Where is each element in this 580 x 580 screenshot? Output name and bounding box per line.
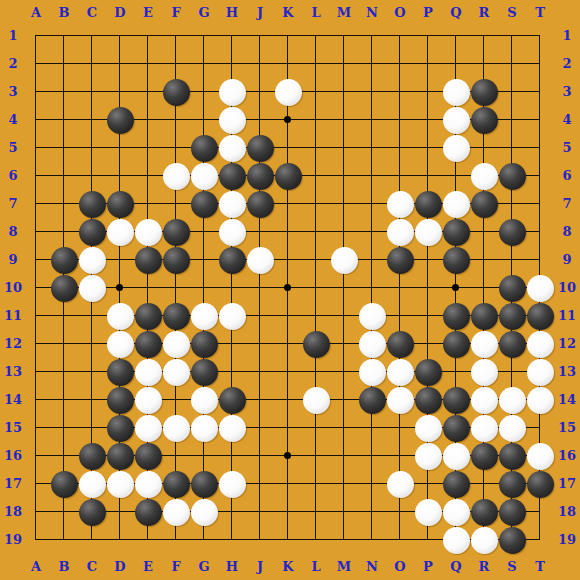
intersection-N11[interactable]: [358, 302, 386, 330]
intersection-H3[interactable]: [218, 78, 246, 106]
intersection-L15[interactable]: [302, 414, 330, 442]
intersection-G7[interactable]: [190, 190, 218, 218]
intersection-S18[interactable]: [498, 498, 526, 526]
intersection-G11[interactable]: [190, 302, 218, 330]
intersection-H13[interactable]: [218, 358, 246, 386]
intersection-O6[interactable]: [386, 162, 414, 190]
intersection-O9[interactable]: [386, 246, 414, 274]
intersection-A16[interactable]: [22, 442, 50, 470]
intersection-G18[interactable]: [190, 498, 218, 526]
intersection-A7[interactable]: [22, 190, 50, 218]
intersection-C2[interactable]: [78, 50, 106, 78]
intersection-Q8[interactable]: [442, 218, 470, 246]
intersection-P13[interactable]: [414, 358, 442, 386]
intersection-B18[interactable]: [50, 498, 78, 526]
intersection-G5[interactable]: [190, 134, 218, 162]
intersection-B13[interactable]: [50, 358, 78, 386]
intersection-J14[interactable]: [246, 386, 274, 414]
intersection-K10[interactable]: [274, 274, 302, 302]
intersection-H2[interactable]: [218, 50, 246, 78]
intersection-R16[interactable]: [470, 442, 498, 470]
intersection-P18[interactable]: [414, 498, 442, 526]
intersection-N15[interactable]: [358, 414, 386, 442]
intersection-P5[interactable]: [414, 134, 442, 162]
intersection-Q19[interactable]: [442, 526, 470, 554]
intersection-Q4[interactable]: [442, 106, 470, 134]
intersection-L2[interactable]: [302, 50, 330, 78]
intersection-P1[interactable]: [414, 22, 442, 50]
intersection-Q3[interactable]: [442, 78, 470, 106]
intersection-B9[interactable]: [50, 246, 78, 274]
intersection-O16[interactable]: [386, 442, 414, 470]
intersection-A12[interactable]: [22, 330, 50, 358]
intersection-S3[interactable]: [498, 78, 526, 106]
intersection-G19[interactable]: [190, 526, 218, 554]
intersection-B15[interactable]: [50, 414, 78, 442]
intersection-Q16[interactable]: [442, 442, 470, 470]
intersection-O5[interactable]: [386, 134, 414, 162]
intersection-C18[interactable]: [78, 498, 106, 526]
intersection-Q7[interactable]: [442, 190, 470, 218]
intersection-M15[interactable]: [330, 414, 358, 442]
intersection-K4[interactable]: [274, 106, 302, 134]
intersection-D9[interactable]: [106, 246, 134, 274]
intersection-D15[interactable]: [106, 414, 134, 442]
intersection-F8[interactable]: [162, 218, 190, 246]
intersection-P14[interactable]: [414, 386, 442, 414]
intersection-M7[interactable]: [330, 190, 358, 218]
intersection-T2[interactable]: [526, 50, 554, 78]
intersection-S13[interactable]: [498, 358, 526, 386]
intersection-M2[interactable]: [330, 50, 358, 78]
intersection-G14[interactable]: [190, 386, 218, 414]
intersection-M11[interactable]: [330, 302, 358, 330]
intersection-D1[interactable]: [106, 22, 134, 50]
intersection-C1[interactable]: [78, 22, 106, 50]
intersection-C9[interactable]: [78, 246, 106, 274]
intersection-O2[interactable]: [386, 50, 414, 78]
intersection-H7[interactable]: [218, 190, 246, 218]
intersection-D2[interactable]: [106, 50, 134, 78]
intersection-S4[interactable]: [498, 106, 526, 134]
intersection-G9[interactable]: [190, 246, 218, 274]
intersection-P11[interactable]: [414, 302, 442, 330]
intersection-N2[interactable]: [358, 50, 386, 78]
intersection-R10[interactable]: [470, 274, 498, 302]
intersection-E12[interactable]: [134, 330, 162, 358]
intersection-E11[interactable]: [134, 302, 162, 330]
intersection-C14[interactable]: [78, 386, 106, 414]
intersection-G8[interactable]: [190, 218, 218, 246]
intersection-B14[interactable]: [50, 386, 78, 414]
intersection-O7[interactable]: [386, 190, 414, 218]
intersection-D3[interactable]: [106, 78, 134, 106]
intersection-G6[interactable]: [190, 162, 218, 190]
intersection-O3[interactable]: [386, 78, 414, 106]
intersection-D12[interactable]: [106, 330, 134, 358]
intersection-N3[interactable]: [358, 78, 386, 106]
intersection-R2[interactable]: [470, 50, 498, 78]
intersection-R1[interactable]: [470, 22, 498, 50]
intersection-B5[interactable]: [50, 134, 78, 162]
intersection-S1[interactable]: [498, 22, 526, 50]
intersection-G15[interactable]: [190, 414, 218, 442]
intersection-B7[interactable]: [50, 190, 78, 218]
intersection-L19[interactable]: [302, 526, 330, 554]
intersection-A8[interactable]: [22, 218, 50, 246]
intersection-O18[interactable]: [386, 498, 414, 526]
intersection-M14[interactable]: [330, 386, 358, 414]
intersection-B8[interactable]: [50, 218, 78, 246]
intersection-A2[interactable]: [22, 50, 50, 78]
intersection-E8[interactable]: [134, 218, 162, 246]
intersection-T12[interactable]: [526, 330, 554, 358]
intersection-S7[interactable]: [498, 190, 526, 218]
intersection-P17[interactable]: [414, 470, 442, 498]
intersection-H15[interactable]: [218, 414, 246, 442]
intersection-D19[interactable]: [106, 526, 134, 554]
intersection-O13[interactable]: [386, 358, 414, 386]
intersection-C16[interactable]: [78, 442, 106, 470]
intersection-A11[interactable]: [22, 302, 50, 330]
intersection-P4[interactable]: [414, 106, 442, 134]
intersection-H10[interactable]: [218, 274, 246, 302]
intersection-M6[interactable]: [330, 162, 358, 190]
intersection-F3[interactable]: [162, 78, 190, 106]
intersection-G12[interactable]: [190, 330, 218, 358]
intersection-E19[interactable]: [134, 526, 162, 554]
intersection-K13[interactable]: [274, 358, 302, 386]
intersection-L11[interactable]: [302, 302, 330, 330]
intersection-L14[interactable]: [302, 386, 330, 414]
intersection-T9[interactable]: [526, 246, 554, 274]
intersection-F17[interactable]: [162, 470, 190, 498]
intersection-M17[interactable]: [330, 470, 358, 498]
intersection-A19[interactable]: [22, 526, 50, 554]
intersection-J18[interactable]: [246, 498, 274, 526]
intersection-Q1[interactable]: [442, 22, 470, 50]
intersection-K12[interactable]: [274, 330, 302, 358]
intersection-K16[interactable]: [274, 442, 302, 470]
intersection-N18[interactable]: [358, 498, 386, 526]
intersection-A6[interactable]: [22, 162, 50, 190]
intersection-E3[interactable]: [134, 78, 162, 106]
intersection-T17[interactable]: [526, 470, 554, 498]
intersection-H9[interactable]: [218, 246, 246, 274]
intersection-P16[interactable]: [414, 442, 442, 470]
intersection-O4[interactable]: [386, 106, 414, 134]
intersection-F11[interactable]: [162, 302, 190, 330]
intersection-T8[interactable]: [526, 218, 554, 246]
intersection-P6[interactable]: [414, 162, 442, 190]
intersection-S12[interactable]: [498, 330, 526, 358]
intersection-F6[interactable]: [162, 162, 190, 190]
intersection-T6[interactable]: [526, 162, 554, 190]
intersection-O1[interactable]: [386, 22, 414, 50]
intersection-T1[interactable]: [526, 22, 554, 50]
intersection-H19[interactable]: [218, 526, 246, 554]
intersection-P2[interactable]: [414, 50, 442, 78]
intersection-E4[interactable]: [134, 106, 162, 134]
intersection-F4[interactable]: [162, 106, 190, 134]
intersection-M13[interactable]: [330, 358, 358, 386]
intersection-H12[interactable]: [218, 330, 246, 358]
intersection-E10[interactable]: [134, 274, 162, 302]
intersection-E7[interactable]: [134, 190, 162, 218]
intersection-T7[interactable]: [526, 190, 554, 218]
intersection-A5[interactable]: [22, 134, 50, 162]
intersection-M3[interactable]: [330, 78, 358, 106]
intersection-L3[interactable]: [302, 78, 330, 106]
intersection-L17[interactable]: [302, 470, 330, 498]
intersection-J12[interactable]: [246, 330, 274, 358]
intersection-R13[interactable]: [470, 358, 498, 386]
intersection-A17[interactable]: [22, 470, 50, 498]
intersection-L6[interactable]: [302, 162, 330, 190]
intersection-Q5[interactable]: [442, 134, 470, 162]
intersection-K7[interactable]: [274, 190, 302, 218]
intersection-D16[interactable]: [106, 442, 134, 470]
intersection-K2[interactable]: [274, 50, 302, 78]
intersection-A14[interactable]: [22, 386, 50, 414]
intersection-B10[interactable]: [50, 274, 78, 302]
intersection-B12[interactable]: [50, 330, 78, 358]
intersection-R4[interactable]: [470, 106, 498, 134]
intersection-O10[interactable]: [386, 274, 414, 302]
intersection-S6[interactable]: [498, 162, 526, 190]
intersection-R5[interactable]: [470, 134, 498, 162]
intersection-H16[interactable]: [218, 442, 246, 470]
intersection-L8[interactable]: [302, 218, 330, 246]
intersection-J19[interactable]: [246, 526, 274, 554]
intersection-D6[interactable]: [106, 162, 134, 190]
intersection-H18[interactable]: [218, 498, 246, 526]
intersection-J7[interactable]: [246, 190, 274, 218]
intersection-B6[interactable]: [50, 162, 78, 190]
intersection-T18[interactable]: [526, 498, 554, 526]
intersection-L16[interactable]: [302, 442, 330, 470]
intersection-T3[interactable]: [526, 78, 554, 106]
intersection-K5[interactable]: [274, 134, 302, 162]
intersection-K17[interactable]: [274, 470, 302, 498]
intersection-F15[interactable]: [162, 414, 190, 442]
intersection-K15[interactable]: [274, 414, 302, 442]
intersection-N5[interactable]: [358, 134, 386, 162]
intersection-D8[interactable]: [106, 218, 134, 246]
intersection-F12[interactable]: [162, 330, 190, 358]
intersection-A13[interactable]: [22, 358, 50, 386]
intersection-L13[interactable]: [302, 358, 330, 386]
intersection-T15[interactable]: [526, 414, 554, 442]
intersection-P15[interactable]: [414, 414, 442, 442]
intersection-G17[interactable]: [190, 470, 218, 498]
intersection-J2[interactable]: [246, 50, 274, 78]
intersection-J3[interactable]: [246, 78, 274, 106]
intersection-F2[interactable]: [162, 50, 190, 78]
intersection-S8[interactable]: [498, 218, 526, 246]
intersection-C4[interactable]: [78, 106, 106, 134]
intersection-T14[interactable]: [526, 386, 554, 414]
intersection-M8[interactable]: [330, 218, 358, 246]
intersection-K19[interactable]: [274, 526, 302, 554]
intersection-L12[interactable]: [302, 330, 330, 358]
intersection-B2[interactable]: [50, 50, 78, 78]
intersection-R18[interactable]: [470, 498, 498, 526]
intersection-B1[interactable]: [50, 22, 78, 50]
intersection-S10[interactable]: [498, 274, 526, 302]
intersection-D17[interactable]: [106, 470, 134, 498]
intersection-G4[interactable]: [190, 106, 218, 134]
intersection-N8[interactable]: [358, 218, 386, 246]
intersection-J9[interactable]: [246, 246, 274, 274]
intersection-A1[interactable]: [22, 22, 50, 50]
intersection-O8[interactable]: [386, 218, 414, 246]
intersection-N10[interactable]: [358, 274, 386, 302]
intersection-H5[interactable]: [218, 134, 246, 162]
intersection-J15[interactable]: [246, 414, 274, 442]
intersection-K11[interactable]: [274, 302, 302, 330]
intersection-M19[interactable]: [330, 526, 358, 554]
intersection-N17[interactable]: [358, 470, 386, 498]
intersection-D5[interactable]: [106, 134, 134, 162]
intersection-R7[interactable]: [470, 190, 498, 218]
intersection-F9[interactable]: [162, 246, 190, 274]
intersection-Q17[interactable]: [442, 470, 470, 498]
intersection-N14[interactable]: [358, 386, 386, 414]
intersection-Q18[interactable]: [442, 498, 470, 526]
intersection-Q13[interactable]: [442, 358, 470, 386]
intersection-E13[interactable]: [134, 358, 162, 386]
intersection-R6[interactable]: [470, 162, 498, 190]
intersection-D10[interactable]: [106, 274, 134, 302]
intersection-P10[interactable]: [414, 274, 442, 302]
intersection-M12[interactable]: [330, 330, 358, 358]
intersection-M5[interactable]: [330, 134, 358, 162]
intersection-T10[interactable]: [526, 274, 554, 302]
intersection-C13[interactable]: [78, 358, 106, 386]
intersection-K9[interactable]: [274, 246, 302, 274]
intersection-D4[interactable]: [106, 106, 134, 134]
intersection-Q10[interactable]: [442, 274, 470, 302]
intersection-R9[interactable]: [470, 246, 498, 274]
intersection-B16[interactable]: [50, 442, 78, 470]
intersection-C5[interactable]: [78, 134, 106, 162]
intersection-S17[interactable]: [498, 470, 526, 498]
intersection-T13[interactable]: [526, 358, 554, 386]
intersection-S9[interactable]: [498, 246, 526, 274]
intersection-E14[interactable]: [134, 386, 162, 414]
intersection-A3[interactable]: [22, 78, 50, 106]
intersection-N9[interactable]: [358, 246, 386, 274]
intersection-R19[interactable]: [470, 526, 498, 554]
intersection-Q11[interactable]: [442, 302, 470, 330]
intersection-R14[interactable]: [470, 386, 498, 414]
intersection-G3[interactable]: [190, 78, 218, 106]
intersection-J13[interactable]: [246, 358, 274, 386]
intersection-F14[interactable]: [162, 386, 190, 414]
intersection-M4[interactable]: [330, 106, 358, 134]
intersection-S5[interactable]: [498, 134, 526, 162]
intersection-L4[interactable]: [302, 106, 330, 134]
intersection-O17[interactable]: [386, 470, 414, 498]
intersection-J17[interactable]: [246, 470, 274, 498]
intersection-R15[interactable]: [470, 414, 498, 442]
intersection-K1[interactable]: [274, 22, 302, 50]
intersection-M10[interactable]: [330, 274, 358, 302]
intersection-R11[interactable]: [470, 302, 498, 330]
intersection-E1[interactable]: [134, 22, 162, 50]
intersection-F10[interactable]: [162, 274, 190, 302]
intersection-A18[interactable]: [22, 498, 50, 526]
intersection-M9[interactable]: [330, 246, 358, 274]
intersection-L18[interactable]: [302, 498, 330, 526]
intersection-C7[interactable]: [78, 190, 106, 218]
intersection-C6[interactable]: [78, 162, 106, 190]
intersection-C11[interactable]: [78, 302, 106, 330]
intersection-K18[interactable]: [274, 498, 302, 526]
intersection-C17[interactable]: [78, 470, 106, 498]
intersection-B11[interactable]: [50, 302, 78, 330]
intersection-T5[interactable]: [526, 134, 554, 162]
intersection-C3[interactable]: [78, 78, 106, 106]
intersection-C8[interactable]: [78, 218, 106, 246]
intersection-H17[interactable]: [218, 470, 246, 498]
intersection-E15[interactable]: [134, 414, 162, 442]
intersection-F5[interactable]: [162, 134, 190, 162]
intersection-A9[interactable]: [22, 246, 50, 274]
intersection-D18[interactable]: [106, 498, 134, 526]
intersection-E2[interactable]: [134, 50, 162, 78]
intersection-T11[interactable]: [526, 302, 554, 330]
intersection-Q15[interactable]: [442, 414, 470, 442]
intersection-J1[interactable]: [246, 22, 274, 50]
intersection-E9[interactable]: [134, 246, 162, 274]
intersection-B3[interactable]: [50, 78, 78, 106]
intersection-G16[interactable]: [190, 442, 218, 470]
intersection-J5[interactable]: [246, 134, 274, 162]
intersection-R8[interactable]: [470, 218, 498, 246]
intersection-M1[interactable]: [330, 22, 358, 50]
intersection-C19[interactable]: [78, 526, 106, 554]
intersection-A10[interactable]: [22, 274, 50, 302]
intersection-M18[interactable]: [330, 498, 358, 526]
intersection-K14[interactable]: [274, 386, 302, 414]
intersection-E17[interactable]: [134, 470, 162, 498]
intersection-H11[interactable]: [218, 302, 246, 330]
intersection-F7[interactable]: [162, 190, 190, 218]
intersection-O11[interactable]: [386, 302, 414, 330]
intersection-G2[interactable]: [190, 50, 218, 78]
intersection-N19[interactable]: [358, 526, 386, 554]
intersection-S11[interactable]: [498, 302, 526, 330]
intersection-K8[interactable]: [274, 218, 302, 246]
intersection-K6[interactable]: [274, 162, 302, 190]
intersection-C12[interactable]: [78, 330, 106, 358]
intersection-M16[interactable]: [330, 442, 358, 470]
intersection-P19[interactable]: [414, 526, 442, 554]
intersection-H4[interactable]: [218, 106, 246, 134]
intersection-T19[interactable]: [526, 526, 554, 554]
intersection-J6[interactable]: [246, 162, 274, 190]
intersection-N12[interactable]: [358, 330, 386, 358]
intersection-O14[interactable]: [386, 386, 414, 414]
intersection-R17[interactable]: [470, 470, 498, 498]
intersection-D7[interactable]: [106, 190, 134, 218]
intersection-L1[interactable]: [302, 22, 330, 50]
intersection-C15[interactable]: [78, 414, 106, 442]
intersection-D11[interactable]: [106, 302, 134, 330]
intersection-Q2[interactable]: [442, 50, 470, 78]
